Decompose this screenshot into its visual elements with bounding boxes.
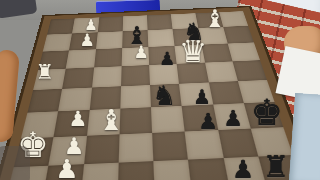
scene: ♟♟♟♝♜♟♝♟♟♚♛♝♞♟♞♟♟♟♚♟♜ bbox=[0, 0, 320, 180]
piece-black-pawn-e6[interactable]: ♟ bbox=[193, 87, 211, 107]
piece-white-bishop-f3[interactable]: ♝ bbox=[98, 106, 124, 135]
piece-white-pawn-h2[interactable]: ♟ bbox=[55, 156, 78, 180]
square-g5[interactable] bbox=[152, 131, 188, 161]
square-d2[interactable] bbox=[62, 67, 93, 89]
piece-black-pawn-e7[interactable]: ♟ bbox=[223, 108, 243, 130]
piece-black-knight-b6[interactable]: ♞ bbox=[183, 20, 205, 44]
piece-white-pawn-f2[interactable]: ♟ bbox=[69, 109, 88, 130]
square-b5[interactable] bbox=[148, 29, 175, 47]
square-b1[interactable] bbox=[43, 34, 72, 52]
square-d8[interactable] bbox=[232, 60, 267, 81]
piece-black-pawn-d5[interactable]: ♟ bbox=[159, 50, 175, 68]
piece-white-rook-d1[interactable]: ♜ bbox=[36, 62, 55, 83]
square-a5[interactable] bbox=[147, 14, 173, 30]
square-h3[interactable] bbox=[80, 162, 118, 180]
square-e4[interactable] bbox=[120, 85, 151, 109]
square-c2[interactable] bbox=[66, 49, 96, 68]
square-h5[interactable] bbox=[153, 159, 192, 180]
square-e1[interactable] bbox=[27, 89, 62, 113]
piece-black-pawn-f6[interactable]: ♟ bbox=[198, 111, 218, 133]
piece-white-bishop-a7[interactable]: ♝ bbox=[204, 7, 226, 31]
square-g6[interactable] bbox=[185, 130, 223, 160]
fabric bbox=[289, 93, 320, 180]
square-b3[interactable] bbox=[96, 31, 123, 49]
square-g3[interactable] bbox=[84, 134, 120, 164]
piece-black-pawn-g6[interactable]: ♟ bbox=[232, 157, 254, 180]
square-d4[interactable] bbox=[121, 65, 150, 86]
square-b8[interactable] bbox=[223, 26, 254, 43]
square-a1[interactable] bbox=[47, 18, 75, 34]
square-a3[interactable] bbox=[97, 16, 123, 32]
square-c3[interactable] bbox=[94, 48, 122, 67]
square-c8[interactable] bbox=[227, 42, 260, 61]
piece-black-knight-e5[interactable]: ♞ bbox=[152, 82, 176, 109]
piece-white-pawn-c2[interactable]: ♟ bbox=[79, 32, 94, 49]
square-d3[interactable] bbox=[92, 66, 122, 87]
square-f4[interactable] bbox=[119, 107, 152, 134]
piece-black-bishop-b4[interactable]: ♝ bbox=[126, 24, 148, 48]
piece-black-rook-g7[interactable]: ♜ bbox=[263, 152, 290, 180]
board-shadow bbox=[0, 146, 30, 180]
piece-black-king-e8[interactable]: ♚ bbox=[251, 95, 283, 131]
square-h4[interactable] bbox=[117, 161, 154, 180]
